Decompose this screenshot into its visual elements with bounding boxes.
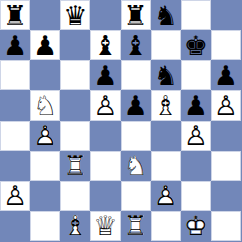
square-h5[interactable]: ♟♙ (211, 90, 241, 120)
square-h2[interactable] (211, 181, 241, 211)
piece-outline-layer: ♖ (60, 151, 90, 181)
white-pawn-piece: ♟♙ (30, 121, 60, 151)
square-b6[interactable] (30, 60, 60, 90)
piece-outline-layer: ♛ (60, 0, 90, 30)
piece-outline-layer: ♕ (90, 211, 120, 241)
square-g3[interactable] (181, 151, 211, 181)
white-pawn-piece: ♟♙ (90, 90, 120, 120)
square-h1[interactable] (211, 211, 241, 241)
square-g2[interactable] (181, 181, 211, 211)
square-c7[interactable] (60, 30, 90, 60)
square-e8[interactable]: ♜ (121, 0, 151, 30)
chess-board: ♜♛♜♞♟♟♝♝♚♟♞♟♞♘♟♙♟♝♗♟♟♙♟♙♟♙♜♖♞♘♟♙♟♙♝♗♛♕♜♖… (0, 0, 242, 242)
white-knight-piece: ♞♘ (121, 151, 151, 181)
square-f6[interactable]: ♞ (151, 60, 181, 90)
piece-outline-layer: ♘ (121, 151, 151, 181)
square-b2[interactable] (30, 181, 60, 211)
black-pawn-piece: ♟ (0, 30, 30, 60)
piece-outline-layer: ♜ (0, 0, 30, 30)
square-b4[interactable]: ♟♙ (30, 121, 60, 151)
square-a6[interactable] (0, 60, 30, 90)
square-c5[interactable] (60, 90, 90, 120)
square-c3[interactable]: ♜♖ (60, 151, 90, 181)
square-c1[interactable]: ♝♗ (60, 211, 90, 241)
square-e1[interactable]: ♜♖ (121, 211, 151, 241)
white-king-piece: ♚♔ (181, 211, 211, 241)
piece-outline-layer: ♟ (90, 60, 120, 90)
square-g8[interactable] (181, 0, 211, 30)
square-d6[interactable]: ♟ (90, 60, 120, 90)
white-pawn-piece: ♟♙ (211, 90, 241, 120)
black-knight-piece: ♞ (151, 0, 181, 30)
square-a8[interactable]: ♜ (0, 0, 30, 30)
piece-outline-layer: ♟ (211, 60, 241, 90)
white-pawn-piece: ♟♙ (0, 181, 30, 211)
square-d2[interactable] (90, 181, 120, 211)
square-b3[interactable] (30, 151, 60, 181)
piece-outline-layer: ♟ (181, 90, 211, 120)
piece-outline-layer: ♗ (60, 211, 90, 241)
square-a5[interactable] (0, 90, 30, 120)
square-g5[interactable]: ♟ (181, 90, 211, 120)
white-bishop-piece: ♝♗ (60, 211, 90, 241)
piece-outline-layer: ♟ (30, 30, 60, 60)
square-f1[interactable] (151, 211, 181, 241)
square-c6[interactable] (60, 60, 90, 90)
square-b1[interactable] (30, 211, 60, 241)
square-c8[interactable]: ♛ (60, 0, 90, 30)
square-h6[interactable]: ♟ (211, 60, 241, 90)
piece-outline-layer: ♙ (151, 181, 181, 211)
square-a3[interactable] (0, 151, 30, 181)
square-f3[interactable] (151, 151, 181, 181)
piece-outline-layer: ♝ (90, 30, 120, 60)
square-g4[interactable]: ♟♙ (181, 121, 211, 151)
black-pawn-piece: ♟ (211, 60, 241, 90)
piece-outline-layer: ♙ (181, 121, 211, 151)
white-rook-piece: ♜♖ (60, 151, 90, 181)
square-g7[interactable]: ♚ (181, 30, 211, 60)
piece-outline-layer: ♖ (121, 211, 151, 241)
white-pawn-piece: ♟♙ (181, 121, 211, 151)
square-a1[interactable] (0, 211, 30, 241)
square-e7[interactable]: ♝ (121, 30, 151, 60)
black-bishop-piece: ♝ (121, 30, 151, 60)
square-h8[interactable] (211, 0, 241, 30)
square-d7[interactable]: ♝ (90, 30, 120, 60)
square-f2[interactable]: ♟♙ (151, 181, 181, 211)
square-h3[interactable] (211, 151, 241, 181)
black-pawn-piece: ♟ (90, 60, 120, 90)
square-d3[interactable] (90, 151, 120, 181)
piece-outline-layer: ♟ (0, 30, 30, 60)
black-pawn-piece: ♟ (181, 90, 211, 120)
piece-outline-layer: ♞ (151, 60, 181, 90)
piece-outline-layer: ♝ (121, 30, 151, 60)
square-b5[interactable]: ♞♘ (30, 90, 60, 120)
black-king-piece: ♚ (181, 30, 211, 60)
black-rook-piece: ♜ (121, 0, 151, 30)
piece-outline-layer: ♞ (151, 0, 181, 30)
square-d4[interactable] (90, 121, 120, 151)
square-a2[interactable]: ♟♙ (0, 181, 30, 211)
square-b7[interactable]: ♟ (30, 30, 60, 60)
black-knight-piece: ♞ (151, 60, 181, 90)
square-c2[interactable] (60, 181, 90, 211)
piece-outline-layer: ♙ (30, 121, 60, 151)
square-e3[interactable]: ♞♘ (121, 151, 151, 181)
piece-outline-layer: ♙ (0, 181, 30, 211)
square-f4[interactable] (151, 121, 181, 151)
black-queen-piece: ♛ (60, 0, 90, 30)
square-c4[interactable] (60, 121, 90, 151)
square-d5[interactable]: ♟♙ (90, 90, 120, 120)
piece-outline-layer: ♜ (121, 0, 151, 30)
piece-outline-layer: ♙ (90, 90, 120, 120)
square-h7[interactable] (211, 30, 241, 60)
square-e5[interactable]: ♟ (121, 90, 151, 120)
white-queen-piece: ♛♕ (90, 211, 120, 241)
piece-outline-layer: ♔ (181, 211, 211, 241)
square-e6[interactable] (121, 60, 151, 90)
square-h4[interactable] (211, 121, 241, 151)
piece-outline-layer: ♙ (211, 90, 241, 120)
black-rook-piece: ♜ (0, 0, 30, 30)
piece-outline-layer: ♟ (121, 90, 151, 120)
square-e4[interactable] (121, 121, 151, 151)
white-pawn-piece: ♟♙ (151, 181, 181, 211)
square-f5[interactable]: ♝♗ (151, 90, 181, 120)
white-bishop-piece: ♝♗ (151, 90, 181, 120)
black-pawn-piece: ♟ (30, 30, 60, 60)
square-d1[interactable]: ♛♕ (90, 211, 120, 241)
square-d8[interactable] (90, 0, 120, 30)
piece-outline-layer: ♚ (181, 30, 211, 60)
piece-outline-layer: ♗ (151, 90, 181, 120)
square-g6[interactable] (181, 60, 211, 90)
black-pawn-piece: ♟ (121, 90, 151, 120)
square-b8[interactable] (30, 0, 60, 30)
square-a7[interactable]: ♟ (0, 30, 30, 60)
square-a4[interactable] (0, 121, 30, 151)
white-rook-piece: ♜♖ (121, 211, 151, 241)
square-f8[interactable]: ♞ (151, 0, 181, 30)
square-g1[interactable]: ♚♔ (181, 211, 211, 241)
white-knight-piece: ♞♘ (30, 90, 60, 120)
black-bishop-piece: ♝ (90, 30, 120, 60)
square-e2[interactable] (121, 181, 151, 211)
square-f7[interactable] (151, 30, 181, 60)
piece-outline-layer: ♘ (30, 90, 60, 120)
